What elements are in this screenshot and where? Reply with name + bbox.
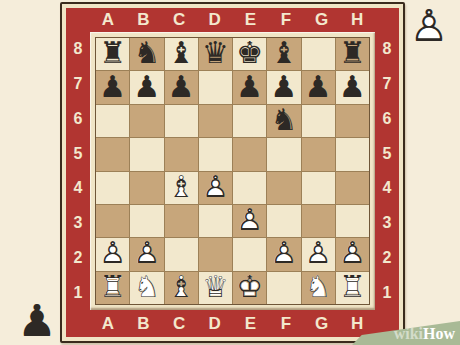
piece-outline-glyph: ♘ — [305, 272, 332, 302]
file-label-bottom-a: A — [90, 310, 126, 337]
piece-outline-glyph: ♕ — [202, 272, 229, 302]
file-label-bottom-f: F — [268, 310, 304, 337]
piece-black-bishop-f8: ♝ — [267, 38, 300, 70]
square-b1: ♞♘ — [130, 272, 163, 304]
piece-glyph: ♛ — [202, 39, 229, 69]
file-label-top-f: F — [268, 8, 304, 32]
piece-white-pawn-g2: ♟♙ — [302, 238, 335, 270]
file-label-bottom-h: H — [339, 310, 375, 337]
square-g8 — [302, 38, 335, 70]
black-pawn-glyph: ♟ — [17, 299, 56, 343]
square-h2: ♟♙ — [336, 238, 369, 270]
square-h6 — [336, 105, 369, 137]
rank-label-right-3: 3 — [375, 206, 399, 241]
file-label-bottom-d: D — [197, 310, 233, 337]
piece-glyph: ♝ — [270, 39, 297, 69]
piece-white-knight-b1: ♞♘ — [130, 272, 163, 304]
square-e2 — [233, 238, 266, 270]
square-e8: ♚ — [233, 38, 266, 70]
square-a6 — [96, 105, 129, 137]
piece-outline-glyph: ♙ — [133, 239, 160, 269]
file-label-top-d: D — [197, 8, 233, 32]
piece-glyph: ♚ — [236, 39, 263, 69]
piece-white-pawn-a2: ♟♙ — [96, 238, 129, 270]
chess-board: ABCDEFGH 87654321 ♜♞♝♛♚♝♜♟♟♟♟♟♟♟♞♝♗♟♙♟♙♟… — [60, 2, 405, 343]
rank-label-left-3: 3 — [66, 206, 90, 241]
piece-outline-glyph: ♙ — [202, 172, 229, 202]
piece-glyph: ♟ — [339, 72, 366, 102]
square-h7: ♟ — [336, 71, 369, 103]
piece-black-rook-h8: ♜ — [336, 38, 369, 70]
decorative-black-pawn: ♟ — [13, 297, 61, 345]
square-g3 — [302, 205, 335, 237]
square-g4 — [302, 172, 335, 204]
square-f7: ♟ — [267, 71, 300, 103]
board-inner-frame: ♜♞♝♛♚♝♜♟♟♟♟♟♟♟♞♝♗♟♙♟♙♟♙♟♙♟♙♟♙♟♙♜♖♞♘♝♗♛♕♚… — [90, 32, 375, 310]
square-b6 — [130, 105, 163, 137]
file-labels-bottom: ABCDEFGH — [90, 310, 375, 337]
piece-black-knight-b8: ♞ — [130, 38, 163, 70]
rank-label-left-7: 7 — [66, 67, 90, 102]
rank-label-right-7: 7 — [375, 67, 399, 102]
rank-label-right-4: 4 — [375, 171, 399, 206]
square-c7: ♟ — [165, 71, 198, 103]
decorative-white-pawn: ♟ ♙ — [405, 2, 453, 50]
board-squares: ♜♞♝♛♚♝♜♟♟♟♟♟♟♟♞♝♗♟♙♟♙♟♙♟♙♟♙♟♙♟♙♜♖♞♘♝♗♛♕♚… — [95, 37, 370, 305]
file-label-top-h: H — [339, 8, 375, 32]
square-d8: ♛ — [199, 38, 232, 70]
wikihow-how-text: How — [423, 325, 455, 343]
file-label-top-b: B — [126, 8, 162, 32]
piece-white-pawn-b2: ♟♙ — [130, 238, 163, 270]
square-g5 — [302, 138, 335, 170]
square-d1: ♛♕ — [199, 272, 232, 304]
piece-glyph: ♜ — [339, 39, 366, 69]
piece-white-pawn-e3: ♟♙ — [233, 205, 266, 237]
piece-white-pawn-d4: ♟♙ — [199, 172, 232, 204]
piece-outline-glyph: ♙ — [305, 239, 332, 269]
square-h5 — [336, 138, 369, 170]
file-labels-top: ABCDEFGH — [90, 8, 375, 32]
square-b5 — [130, 138, 163, 170]
piece-black-king-e8: ♚ — [233, 38, 266, 70]
square-d4: ♟♙ — [199, 172, 232, 204]
file-label-top-a: A — [90, 8, 126, 32]
square-b8: ♞ — [130, 38, 163, 70]
square-a3 — [96, 205, 129, 237]
square-f5 — [267, 138, 300, 170]
square-f2: ♟♙ — [267, 238, 300, 270]
square-f8: ♝ — [267, 38, 300, 70]
piece-outline-glyph: ♙ — [236, 205, 263, 235]
piece-black-queen-d8: ♛ — [199, 38, 232, 70]
piece-glyph: ♟ — [133, 72, 160, 102]
piece-outline-glyph: ♖ — [99, 272, 126, 302]
square-e6 — [233, 105, 266, 137]
square-a8: ♜ — [96, 38, 129, 70]
piece-glyph: ♞ — [270, 105, 297, 135]
piece-outline-glyph: ♙ — [270, 239, 297, 269]
piece-outline-glyph: ♗ — [168, 272, 195, 302]
square-d3 — [199, 205, 232, 237]
square-b7: ♟ — [130, 71, 163, 103]
piece-outline-glyph: ♗ — [168, 172, 195, 202]
piece-black-bishop-c8: ♝ — [165, 38, 198, 70]
piece-outline-glyph: ♖ — [339, 272, 366, 302]
board-red-frame: ABCDEFGH 87654321 ♜♞♝♛♚♝♜♟♟♟♟♟♟♟♞♝♗♟♙♟♙♟… — [66, 8, 399, 337]
piece-outline-glyph: ♙ — [339, 239, 366, 269]
square-d7 — [199, 71, 232, 103]
piece-black-pawn-b7: ♟ — [130, 71, 163, 103]
file-label-top-g: G — [304, 8, 340, 32]
square-e7: ♟ — [233, 71, 266, 103]
square-f3 — [267, 205, 300, 237]
rank-label-right-5: 5 — [375, 136, 399, 171]
square-h3 — [336, 205, 369, 237]
square-c4: ♝♗ — [165, 172, 198, 204]
square-a1: ♜♖ — [96, 272, 129, 304]
rank-label-left-8: 8 — [66, 32, 90, 67]
square-b4 — [130, 172, 163, 204]
square-e5 — [233, 138, 266, 170]
square-a5 — [96, 138, 129, 170]
piece-black-pawn-f7: ♟ — [267, 71, 300, 103]
file-label-bottom-c: C — [161, 310, 197, 337]
square-g6 — [302, 105, 335, 137]
rank-label-left-4: 4 — [66, 171, 90, 206]
file-label-bottom-b: B — [126, 310, 162, 337]
piece-glyph: ♟ — [236, 72, 263, 102]
piece-white-bishop-c4: ♝♗ — [165, 172, 198, 204]
square-c5 — [165, 138, 198, 170]
square-f4 — [267, 172, 300, 204]
rank-label-right-1: 1 — [375, 275, 399, 310]
piece-black-pawn-g7: ♟ — [302, 71, 335, 103]
piece-glyph: ♞ — [133, 39, 160, 69]
square-c8: ♝ — [165, 38, 198, 70]
square-h4 — [336, 172, 369, 204]
piece-glyph: ♟ — [270, 72, 297, 102]
square-h8: ♜ — [336, 38, 369, 70]
square-g2: ♟♙ — [302, 238, 335, 270]
square-b3 — [130, 205, 163, 237]
piece-black-knight-f6: ♞ — [267, 105, 300, 137]
file-label-top-c: C — [161, 8, 197, 32]
square-d2 — [199, 238, 232, 270]
square-a7: ♟ — [96, 71, 129, 103]
piece-black-pawn-c7: ♟ — [165, 71, 198, 103]
piece-black-pawn-e7: ♟ — [233, 71, 266, 103]
square-h1: ♜♖ — [336, 272, 369, 304]
piece-glyph: ♟ — [168, 72, 195, 102]
square-e3: ♟♙ — [233, 205, 266, 237]
piece-glyph: ♜ — [99, 39, 126, 69]
piece-white-bishop-c1: ♝♗ — [165, 272, 198, 304]
square-c1: ♝♗ — [165, 272, 198, 304]
piece-white-knight-g1: ♞♘ — [302, 272, 335, 304]
piece-outline-glyph: ♙ — [99, 239, 126, 269]
piece-outline-glyph: ♔ — [236, 272, 263, 302]
rank-label-right-6: 6 — [375, 102, 399, 137]
square-a4 — [96, 172, 129, 204]
square-f6: ♞ — [267, 105, 300, 137]
piece-glyph: ♝ — [168, 39, 195, 69]
rank-labels-right: 87654321 — [375, 32, 399, 310]
illustration-canvas: ABCDEFGH 87654321 ♜♞♝♛♚♝♜♟♟♟♟♟♟♟♞♝♗♟♙♟♙♟… — [0, 0, 460, 345]
rank-label-left-5: 5 — [66, 136, 90, 171]
file-label-bottom-e: E — [233, 310, 269, 337]
rank-labels-left: 87654321 — [66, 32, 90, 310]
square-e1: ♚♔ — [233, 272, 266, 304]
piece-white-rook-h1: ♜♖ — [336, 272, 369, 304]
file-label-bottom-g: G — [304, 310, 340, 337]
piece-white-pawn-h2: ♟♙ — [336, 238, 369, 270]
piece-white-king-e1: ♚♔ — [233, 272, 266, 304]
piece-glyph: ♟ — [99, 72, 126, 102]
square-c6 — [165, 105, 198, 137]
square-g1: ♞♘ — [302, 272, 335, 304]
piece-white-pawn-f2: ♟♙ — [267, 238, 300, 270]
rank-label-left-1: 1 — [66, 275, 90, 310]
rank-label-left-6: 6 — [66, 102, 90, 137]
square-a2: ♟♙ — [96, 238, 129, 270]
piece-black-rook-a8: ♜ — [96, 38, 129, 70]
piece-glyph: ♟ — [305, 72, 332, 102]
file-label-top-e: E — [233, 8, 269, 32]
square-c3 — [165, 205, 198, 237]
piece-white-rook-a1: ♜♖ — [96, 272, 129, 304]
piece-black-pawn-a7: ♟ — [96, 71, 129, 103]
piece-outline-glyph: ♘ — [133, 272, 160, 302]
square-c2 — [165, 238, 198, 270]
piece-black-pawn-h7: ♟ — [336, 71, 369, 103]
square-e4 — [233, 172, 266, 204]
piece-white-queen-d1: ♛♕ — [199, 272, 232, 304]
square-b2: ♟♙ — [130, 238, 163, 270]
rank-label-right-8: 8 — [375, 32, 399, 67]
square-d6 — [199, 105, 232, 137]
white-pawn-outline-glyph: ♙ — [409, 4, 448, 48]
square-g7: ♟ — [302, 71, 335, 103]
rank-label-left-2: 2 — [66, 241, 90, 276]
rank-label-right-2: 2 — [375, 241, 399, 276]
square-d5 — [199, 138, 232, 170]
square-f1 — [267, 272, 300, 304]
